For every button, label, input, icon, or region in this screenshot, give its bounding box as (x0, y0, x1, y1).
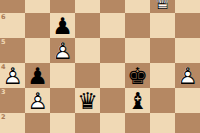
square-d6[interactable] (75, 13, 100, 38)
square-g3[interactable] (150, 88, 175, 113)
square-d4[interactable] (75, 63, 100, 88)
square-e2[interactable] (100, 113, 125, 133)
square-b2[interactable] (25, 113, 50, 133)
piece-black-pawn[interactable]: ♟ (25, 63, 50, 88)
piece-white-pawn[interactable]: ♟♙ (25, 88, 50, 113)
square-c5[interactable]: ♟♙ (50, 38, 75, 63)
piece-black-king[interactable]: ♚ (125, 63, 150, 88)
square-h6[interactable] (175, 13, 200, 38)
square-b6[interactable] (25, 13, 50, 38)
piece-white-pawn[interactable]: ♟♙ (0, 63, 25, 88)
square-c4[interactable] (50, 63, 75, 88)
black-pawn-glyph: ♟ (50, 13, 75, 38)
white-queen-outline-glyph: ♕ (150, 0, 175, 13)
square-f7[interactable] (125, 0, 150, 13)
square-h5[interactable] (175, 38, 200, 63)
black-bishop-glyph: ♝ (125, 88, 150, 113)
square-c3[interactable] (50, 88, 75, 113)
chess-board-grid: ♛♕6♟5♟♙4♟♙♟♚♟♙3♟♙♛♝2 (0, 0, 200, 133)
black-king-glyph: ♚ (125, 63, 150, 88)
black-queen-glyph: ♛ (75, 88, 100, 113)
square-g6[interactable] (150, 13, 175, 38)
square-d3[interactable]: ♛ (75, 88, 100, 113)
piece-white-queen[interactable]: ♛♕ (150, 0, 175, 13)
square-b3[interactable]: ♟♙ (25, 88, 50, 113)
square-c2[interactable] (50, 113, 75, 133)
square-f5[interactable] (125, 38, 150, 63)
square-f6[interactable] (125, 13, 150, 38)
square-h3[interactable] (175, 88, 200, 113)
square-b7[interactable] (25, 0, 50, 13)
square-g4[interactable] (150, 63, 175, 88)
square-a3[interactable]: 3 (0, 88, 25, 113)
square-a5[interactable]: 5 (0, 38, 25, 63)
square-e6[interactable] (100, 13, 125, 38)
square-a4[interactable]: 4♟♙ (0, 63, 25, 88)
square-g5[interactable] (150, 38, 175, 63)
square-e3[interactable] (100, 88, 125, 113)
square-g7[interactable]: ♛♕ (150, 0, 175, 13)
rank-label-3: 3 (1, 88, 6, 96)
piece-black-bishop[interactable]: ♝ (125, 88, 150, 113)
square-c6[interactable]: ♟ (50, 13, 75, 38)
piece-black-queen[interactable]: ♛ (75, 88, 100, 113)
rank-label-6: 6 (1, 13, 6, 21)
black-pawn-glyph: ♟ (25, 63, 50, 88)
square-a2[interactable]: 2 (0, 113, 25, 133)
piece-white-pawn[interactable]: ♟♙ (175, 63, 200, 88)
square-e5[interactable] (100, 38, 125, 63)
rank-label-2: 2 (1, 113, 6, 121)
white-pawn-outline-glyph: ♙ (175, 63, 200, 88)
piece-black-pawn[interactable]: ♟ (50, 13, 75, 38)
square-h4[interactable]: ♟♙ (175, 63, 200, 88)
piece-white-pawn[interactable]: ♟♙ (50, 38, 75, 63)
square-f2[interactable] (125, 113, 150, 133)
white-pawn-outline-glyph: ♙ (50, 38, 75, 63)
white-pawn-outline-glyph: ♙ (25, 88, 50, 113)
square-b4[interactable]: ♟ (25, 63, 50, 88)
square-d2[interactable] (75, 113, 100, 133)
square-e7[interactable] (100, 0, 125, 13)
chess-board: ♛♕6♟5♟♙4♟♙♟♚♟♙3♟♙♛♝2 (0, 0, 200, 133)
white-pawn-outline-glyph: ♙ (0, 63, 25, 88)
square-a6[interactable]: 6 (0, 13, 25, 38)
square-b5[interactable] (25, 38, 50, 63)
square-f4[interactable]: ♚ (125, 63, 150, 88)
square-h7[interactable] (175, 0, 200, 13)
square-a7[interactable] (0, 0, 25, 13)
square-d7[interactable] (75, 0, 100, 13)
rank-label-5: 5 (1, 38, 6, 46)
square-h2[interactable] (175, 113, 200, 133)
square-f3[interactable]: ♝ (125, 88, 150, 113)
square-e4[interactable] (100, 63, 125, 88)
square-d5[interactable] (75, 38, 100, 63)
square-g2[interactable] (150, 113, 175, 133)
square-c7[interactable] (50, 0, 75, 13)
